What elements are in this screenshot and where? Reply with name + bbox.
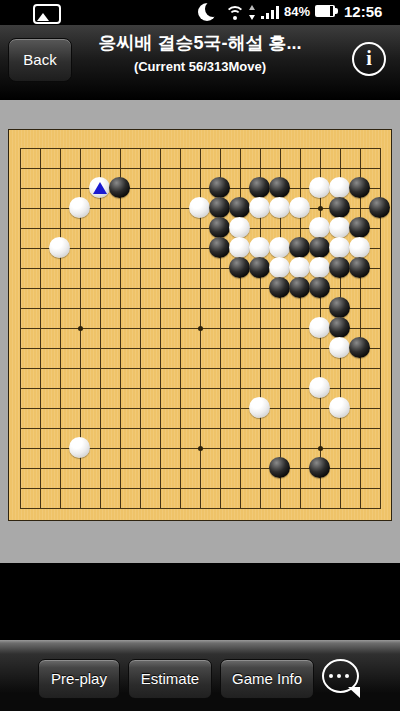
info-button[interactable]: i [352, 42, 386, 76]
estimate-button[interactable]: Estimate [128, 659, 212, 699]
black-stone [369, 197, 390, 218]
black-stone [329, 197, 350, 218]
white-stone [69, 437, 90, 458]
grid-line-horizontal [20, 428, 381, 429]
battery-icon [315, 5, 335, 17]
move-counter: (Current 56/313Move) [75, 59, 325, 74]
white-stone [289, 257, 310, 278]
white-stone [309, 217, 330, 238]
grid-line-horizontal [20, 368, 381, 369]
white-stone [309, 317, 330, 338]
white-stone [269, 197, 290, 218]
white-stone [329, 177, 350, 198]
info-icon: i [366, 47, 372, 69]
battery-percent-label: 84% [284, 4, 310, 19]
white-stone [249, 397, 270, 418]
chat-button[interactable] [320, 658, 362, 698]
white-stone [249, 237, 270, 258]
white-stone [249, 197, 270, 218]
black-stone [209, 177, 230, 198]
white-stone [189, 197, 210, 218]
speech-bubble-icon [322, 659, 359, 693]
grid-line-horizontal [20, 348, 381, 349]
black-stone [329, 257, 350, 278]
black-stone [269, 277, 290, 298]
white-stone [329, 237, 350, 258]
star-point [78, 326, 83, 331]
signal-bars-icon [261, 4, 281, 20]
white-stone [309, 377, 330, 398]
clock-label: 12:56 [344, 3, 382, 20]
white-stone [329, 217, 350, 238]
game-info-button[interactable]: Game Info [220, 659, 314, 699]
white-stone [309, 257, 330, 278]
data-arrows-icon [248, 5, 256, 20]
status-bar: 84% 12:56 [0, 0, 400, 25]
game-title: 응씨배 결승5국-해설 홍... [75, 31, 325, 55]
white-stone [229, 237, 250, 258]
white-stone [229, 217, 250, 238]
phone-screen: 84% 12:56 Back 응씨배 결승5국-해설 홍... (Current… [0, 0, 400, 711]
black-stone [249, 257, 270, 278]
star-point [198, 446, 203, 451]
title-block: 응씨배 결승5국-해설 홍... (Current 56/313Move) [75, 31, 325, 74]
last-move-marker [93, 182, 107, 194]
black-stone [349, 177, 370, 198]
black-stone [329, 297, 350, 318]
white-stone [269, 257, 290, 278]
black-stone [349, 257, 370, 278]
black-stone [269, 177, 290, 198]
wifi-icon [225, 4, 245, 20]
grid-line-horizontal [20, 508, 381, 509]
white-stone [329, 397, 350, 418]
white-stone [309, 177, 330, 198]
star-point [318, 446, 323, 451]
white-stone [49, 237, 70, 258]
star-point [318, 206, 323, 211]
white-stone [269, 237, 290, 258]
grid-line-horizontal [20, 488, 381, 489]
black-stone [209, 217, 230, 238]
black-stone [249, 177, 270, 198]
star-point [198, 326, 203, 331]
go-board[interactable] [8, 129, 392, 521]
moon-icon [198, 3, 216, 21]
black-stone [309, 457, 330, 478]
black-stone [209, 197, 230, 218]
black-stone [209, 237, 230, 258]
black-stone [309, 237, 330, 258]
pre-play-button[interactable]: Pre-play [38, 659, 120, 699]
board-panel [0, 100, 400, 563]
black-stone [309, 277, 330, 298]
black-stone [349, 217, 370, 238]
black-stone [109, 177, 130, 198]
black-stone [329, 317, 350, 338]
black-stone [229, 257, 250, 278]
black-stone [349, 337, 370, 358]
grid-line-vertical [360, 148, 361, 509]
control-bar: A [0, 563, 400, 640]
black-stone [269, 457, 290, 478]
black-stone [289, 277, 310, 298]
white-stone [289, 197, 310, 218]
black-stone [229, 197, 250, 218]
bottom-bar: Pre-play Estimate Game Info [0, 640, 400, 711]
white-stone [69, 197, 90, 218]
black-stone [289, 237, 310, 258]
back-button[interactable]: Back [8, 38, 72, 82]
screenshot-icon [33, 4, 61, 24]
header: Back 응씨배 결승5국-해설 홍... (Current 56/313Mov… [0, 25, 400, 100]
white-stone [349, 237, 370, 258]
white-stone [329, 337, 350, 358]
grid-line-horizontal [20, 408, 381, 409]
